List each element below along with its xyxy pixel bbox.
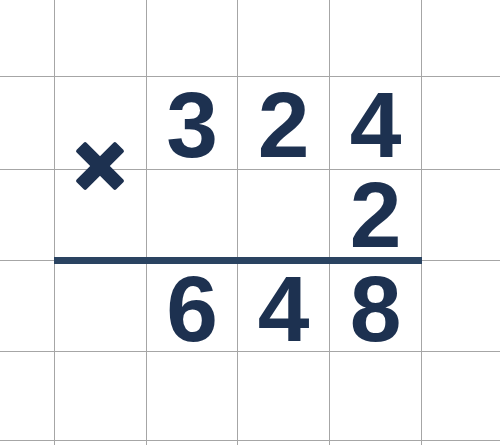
cell-r2c2: [147, 170, 238, 261]
multiplier-digit-ones: 2: [330, 170, 422, 261]
cell-r4c5: [422, 352, 500, 441]
cell-r0c4: [330, 0, 422, 77]
cell-r3c5: [422, 261, 500, 352]
graph-paper-grid: 3 2 4 2 6 4 8: [0, 0, 500, 445]
multiplicand-digit-hundreds: 3: [147, 77, 238, 170]
cell-r3c0: [0, 261, 55, 352]
cell-r4c1: [55, 352, 147, 441]
cell-r4c3: [238, 352, 330, 441]
cell-r2c0: [0, 170, 55, 261]
cell-r2c5: [422, 170, 500, 261]
cell-r5c2: [147, 441, 238, 445]
cell-r4c2: [147, 352, 238, 441]
multiplication-sign-icon: [72, 138, 128, 194]
multiplicand-digit-tens: 2: [238, 77, 330, 170]
cell-r4c4: [330, 352, 422, 441]
cell-r0c2: [147, 0, 238, 77]
worksheet: 3 2 4 2 6 4 8: [0, 0, 500, 445]
multiplicand-digit-ones: 4: [330, 77, 422, 170]
cell-r0c3: [238, 0, 330, 77]
cell-r5c5: [422, 441, 500, 445]
cell-r1c0: [0, 77, 55, 170]
cell-r5c3: [238, 441, 330, 445]
cell-r0c5: [422, 0, 500, 77]
cell-r1c5: [422, 77, 500, 170]
cell-r3c1: [55, 261, 147, 352]
cell-r0c1: [55, 0, 147, 77]
cell-r5c4: [330, 441, 422, 445]
cell-r2c3: [238, 170, 330, 261]
cell-r5c1: [55, 441, 147, 445]
cell-r4c0: [0, 352, 55, 441]
product-digit-hundreds: 6: [147, 261, 238, 352]
cell-r5c0: [0, 441, 55, 445]
product-digit-tens: 4: [238, 261, 330, 352]
answer-line: [54, 257, 422, 264]
cell-r0c0: [0, 0, 55, 77]
product-digit-ones: 8: [330, 261, 422, 352]
